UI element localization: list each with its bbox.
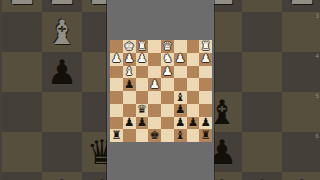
board-square[interactable] <box>199 78 212 91</box>
board-square[interactable] <box>187 78 200 91</box>
board-square[interactable]: ♟ <box>161 66 174 79</box>
background-square <box>242 132 282 172</box>
black-pawn[interactable]: ♟ <box>123 117 136 130</box>
white-pawn[interactable]: ♟ <box>148 78 161 91</box>
background-square: ♝ <box>42 12 82 52</box>
black-pawn[interactable]: ♟ <box>136 117 149 130</box>
background-square: ♟ <box>42 0 82 12</box>
black-pawn-bg: ♟ <box>282 172 320 180</box>
board-square[interactable]: ♟ <box>123 78 136 91</box>
background-square <box>242 0 282 12</box>
board-square[interactable]: ♟ <box>199 53 212 66</box>
black-king[interactable]: ♚ <box>148 129 161 142</box>
board-square[interactable] <box>187 91 200 104</box>
chess-board[interactable]: ♚♜♛♜♟♟♟♞♟♟♝♟♟♟♝♛♟♟♟♟♟♟♜♚♝♜ <box>110 40 212 142</box>
white-pawn-bg: ♟ <box>2 0 42 12</box>
white-pawn-bg: ♟ <box>42 0 82 12</box>
board-square[interactable] <box>136 129 149 142</box>
board-square[interactable] <box>148 91 161 104</box>
board-square[interactable] <box>110 78 123 91</box>
board-square[interactable]: ♟ <box>148 78 161 91</box>
background-square: ♟ <box>282 172 320 180</box>
board-square[interactable] <box>161 78 174 91</box>
black-bishop[interactable]: ♝ <box>174 129 187 142</box>
board-square[interactable]: ♝ <box>174 129 187 142</box>
background-square <box>242 52 282 92</box>
board-square[interactable]: ♚ <box>148 129 161 142</box>
video-frame: ♚♜♛♜♟♟♟♞♟♟♝♟♟♟♝♛♟♟♟♟♟♟♜♚♝♜ 3456 ♚♜♛♜♟♟♟♞… <box>0 0 320 180</box>
board-square[interactable]: ♜ <box>110 129 123 142</box>
black-rook[interactable]: ♜ <box>199 129 212 142</box>
black-rook[interactable]: ♜ <box>110 129 123 142</box>
video-panel: ♚♜♛♜♟♟♟♞♟♟♝♟♟♟♝♛♟♟♟♟♟♟♜♚♝♜ <box>107 0 214 180</box>
background-square: ♟ <box>242 172 282 180</box>
board-square[interactable] <box>110 66 123 79</box>
white-pawn[interactable]: ♟ <box>199 53 212 66</box>
board-square[interactable]: ♟ <box>174 53 187 66</box>
white-pawn[interactable]: ♟ <box>161 66 174 79</box>
board-square[interactable] <box>199 66 212 79</box>
background-square: ♟ <box>2 0 42 12</box>
board-square[interactable] <box>187 129 200 142</box>
board-square[interactable] <box>136 66 149 79</box>
white-pawn-bg: ♟ <box>282 0 320 12</box>
board-square[interactable] <box>187 66 200 79</box>
black-pawn[interactable]: ♟ <box>187 117 200 130</box>
bg-rank-label: 5 <box>315 93 319 99</box>
background-square <box>42 92 82 132</box>
black-pawn-bg: ♟ <box>42 52 82 92</box>
board-square[interactable] <box>110 104 123 117</box>
bg-rank-label: 4 <box>315 53 319 59</box>
board-square[interactable]: ♟ <box>123 117 136 130</box>
background-square <box>242 12 282 52</box>
bottom-gray-band <box>107 142 214 180</box>
board-square[interactable] <box>148 53 161 66</box>
board-square[interactable]: ♜ <box>199 129 212 142</box>
board-square[interactable] <box>161 117 174 130</box>
bg-rank-label: 6 <box>315 133 319 139</box>
board-square[interactable] <box>123 91 136 104</box>
black-pawn-bg: ♟ <box>242 172 282 180</box>
board-square[interactable] <box>110 91 123 104</box>
board-square[interactable] <box>136 78 149 91</box>
board-square[interactable] <box>187 40 200 53</box>
black-pawn[interactable]: ♟ <box>123 78 136 91</box>
board-square[interactable]: ♟ <box>187 117 200 130</box>
background-square: ♟ <box>282 0 320 12</box>
background-square <box>242 92 282 132</box>
board-square[interactable] <box>123 129 136 142</box>
board-square[interactable]: ♟ <box>136 53 149 66</box>
white-bishop-bg: ♝ <box>42 12 82 52</box>
board-square[interactable] <box>148 104 161 117</box>
board-square[interactable]: ♟ <box>136 117 149 130</box>
board-square[interactable] <box>148 40 161 53</box>
background-square <box>2 52 42 92</box>
background-square <box>42 132 82 172</box>
board-square[interactable]: ♟ <box>110 53 123 66</box>
board-square[interactable] <box>161 91 174 104</box>
background-square <box>2 12 42 52</box>
board-square[interactable] <box>187 53 200 66</box>
background-square: ♟ <box>42 172 82 180</box>
black-pawn-bg: ♟ <box>42 172 82 180</box>
white-pawn[interactable]: ♟ <box>110 53 123 66</box>
board-square[interactable] <box>199 91 212 104</box>
board-square[interactable] <box>174 66 187 79</box>
background-square <box>2 92 42 132</box>
background-square <box>2 172 42 180</box>
white-pawn[interactable]: ♟ <box>136 53 149 66</box>
board-square[interactable] <box>161 129 174 142</box>
bg-rank-label: 3 <box>315 13 319 19</box>
white-pawn[interactable]: ♟ <box>174 53 187 66</box>
background-square: ♟ <box>42 52 82 92</box>
background-square <box>2 132 42 172</box>
board-square[interactable] <box>161 104 174 117</box>
top-gray-band <box>107 0 214 40</box>
